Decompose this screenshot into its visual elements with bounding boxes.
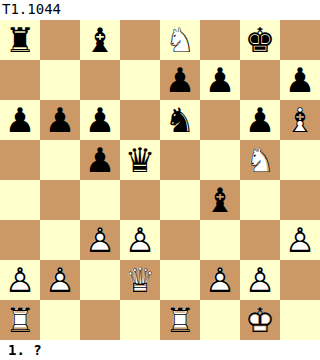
puzzle-id: T1.1044	[0, 0, 320, 20]
white-queen[interactable]: ♛♕	[120, 260, 160, 300]
black-bishop[interactable]: ♝	[80, 20, 120, 60]
black-queen[interactable]: ♛	[120, 140, 160, 180]
square-d7[interactable]	[120, 60, 160, 100]
piece-outline-layer: ♖	[0, 300, 40, 340]
square-g3[interactable]	[240, 220, 280, 260]
square-c3[interactable]: ♟♙	[80, 220, 120, 260]
square-a3[interactable]	[0, 220, 40, 260]
square-e1[interactable]: ♜♖	[160, 300, 200, 340]
black-pawn[interactable]: ♟	[280, 60, 320, 100]
piece-outline-layer: ♔	[240, 300, 280, 340]
square-f4[interactable]: ♝	[200, 180, 240, 220]
square-d4[interactable]	[120, 180, 160, 220]
white-knight[interactable]: ♞♘	[240, 140, 280, 180]
square-h4[interactable]	[280, 180, 320, 220]
square-a2[interactable]: ♟♙	[0, 260, 40, 300]
piece-glyph: ♟	[240, 100, 280, 140]
square-b6[interactable]: ♟	[40, 100, 80, 140]
square-c7[interactable]	[80, 60, 120, 100]
square-f1[interactable]	[200, 300, 240, 340]
square-e8[interactable]: ♞♘	[160, 20, 200, 60]
piece-outline-layer: ♙	[0, 260, 40, 300]
piece-outline-layer: ♘	[160, 20, 200, 60]
square-b7[interactable]	[40, 60, 80, 100]
piece-outline-layer: ♗	[280, 100, 320, 140]
square-g8[interactable]: ♚	[240, 20, 280, 60]
square-g7[interactable]	[240, 60, 280, 100]
black-pawn[interactable]: ♟	[160, 60, 200, 100]
square-d8[interactable]	[120, 20, 160, 60]
square-a6[interactable]: ♟	[0, 100, 40, 140]
piece-glyph: ♟	[80, 140, 120, 180]
square-b2[interactable]: ♟♙	[40, 260, 80, 300]
square-b1[interactable]	[40, 300, 80, 340]
piece-glyph: ♟	[160, 60, 200, 100]
piece-glyph: ♝	[200, 180, 240, 220]
square-g4[interactable]	[240, 180, 280, 220]
piece-outline-layer: ♘	[240, 140, 280, 180]
square-h1[interactable]	[280, 300, 320, 340]
piece-outline-layer: ♙	[240, 260, 280, 300]
black-pawn[interactable]: ♟	[80, 140, 120, 180]
square-f6[interactable]	[200, 100, 240, 140]
square-f8[interactable]	[200, 20, 240, 60]
white-rook[interactable]: ♜♖	[0, 300, 40, 340]
black-knight[interactable]: ♞	[160, 100, 200, 140]
white-pawn[interactable]: ♟♙	[200, 260, 240, 300]
black-rook[interactable]: ♜	[0, 20, 40, 60]
black-pawn[interactable]: ♟	[240, 100, 280, 140]
square-e3[interactable]	[160, 220, 200, 260]
piece-glyph: ♚	[240, 20, 280, 60]
square-e2[interactable]	[160, 260, 200, 300]
square-c1[interactable]	[80, 300, 120, 340]
square-h7[interactable]: ♟	[280, 60, 320, 100]
chess-board: ♜♝♞♘♚♟♟♟♟♟♟♞♟♝♗♟♛♞♘♝♟♙♟♙♟♙♟♙♟♙♛♕♟♙♟♙♜♖♜♖…	[0, 20, 320, 340]
square-c5[interactable]: ♟	[80, 140, 120, 180]
square-d5[interactable]: ♛	[120, 140, 160, 180]
square-b3[interactable]	[40, 220, 80, 260]
square-d6[interactable]	[120, 100, 160, 140]
square-f3[interactable]	[200, 220, 240, 260]
square-b8[interactable]	[40, 20, 80, 60]
piece-glyph: ♟	[200, 60, 240, 100]
square-a7[interactable]	[0, 60, 40, 100]
chess-tactics-app: T1.1044 ♜♝♞♘♚♟♟♟♟♟♟♞♟♝♗♟♛♞♘♝♟♙♟♙♟♙♟♙♟♙♛♕…	[0, 0, 320, 360]
piece-outline-layer: ♙	[80, 220, 120, 260]
black-pawn[interactable]: ♟	[0, 100, 40, 140]
white-pawn[interactable]: ♟♙	[80, 220, 120, 260]
square-c6[interactable]: ♟	[80, 100, 120, 140]
square-g5[interactable]: ♞♘	[240, 140, 280, 180]
move-prompt: 1. ?	[0, 340, 320, 360]
square-d1[interactable]	[120, 300, 160, 340]
square-e4[interactable]	[160, 180, 200, 220]
piece-glyph: ♟	[40, 100, 80, 140]
piece-glyph: ♟	[280, 60, 320, 100]
black-pawn[interactable]: ♟	[80, 100, 120, 140]
square-c8[interactable]: ♝	[80, 20, 120, 60]
white-king[interactable]: ♚♔	[240, 300, 280, 340]
white-pawn[interactable]: ♟♙	[40, 260, 80, 300]
square-c2[interactable]	[80, 260, 120, 300]
white-bishop[interactable]: ♝♗	[280, 100, 320, 140]
white-pawn[interactable]: ♟♙	[280, 220, 320, 260]
square-b4[interactable]	[40, 180, 80, 220]
piece-outline-layer: ♙	[120, 220, 160, 260]
square-a1[interactable]: ♜♖	[0, 300, 40, 340]
square-f2[interactable]: ♟♙	[200, 260, 240, 300]
square-d2[interactable]: ♛♕	[120, 260, 160, 300]
square-a5[interactable]	[0, 140, 40, 180]
square-g1[interactable]: ♚♔	[240, 300, 280, 340]
black-pawn[interactable]: ♟	[200, 60, 240, 100]
piece-glyph: ♟	[80, 100, 120, 140]
square-e7[interactable]: ♟	[160, 60, 200, 100]
square-g2[interactable]: ♟♙	[240, 260, 280, 300]
black-king[interactable]: ♚	[240, 20, 280, 60]
piece-glyph: ♝	[80, 20, 120, 60]
square-f5[interactable]	[200, 140, 240, 180]
piece-outline-layer: ♙	[200, 260, 240, 300]
square-f7[interactable]: ♟	[200, 60, 240, 100]
square-e6[interactable]: ♞	[160, 100, 200, 140]
white-knight[interactable]: ♞♘	[160, 20, 200, 60]
square-a4[interactable]	[0, 180, 40, 220]
piece-glyph: ♞	[160, 100, 200, 140]
piece-glyph: ♛	[120, 140, 160, 180]
piece-outline-layer: ♙	[280, 220, 320, 260]
black-bishop[interactable]: ♝	[200, 180, 240, 220]
square-e5[interactable]	[160, 140, 200, 180]
square-h6[interactable]: ♝♗	[280, 100, 320, 140]
piece-glyph: ♟	[0, 100, 40, 140]
white-pawn[interactable]: ♟♙	[120, 220, 160, 260]
square-d3[interactable]: ♟♙	[120, 220, 160, 260]
square-h3[interactable]: ♟♙	[280, 220, 320, 260]
white-pawn[interactable]: ♟♙	[0, 260, 40, 300]
square-h2[interactable]	[280, 260, 320, 300]
piece-glyph: ♜	[0, 20, 40, 60]
square-h8[interactable]	[280, 20, 320, 60]
square-h5[interactable]	[280, 140, 320, 180]
black-pawn[interactable]: ♟	[40, 100, 80, 140]
square-a8[interactable]: ♜	[0, 20, 40, 60]
piece-outline-layer: ♕	[120, 260, 160, 300]
white-pawn[interactable]: ♟♙	[240, 260, 280, 300]
white-rook[interactable]: ♜♖	[160, 300, 200, 340]
square-c4[interactable]	[80, 180, 120, 220]
piece-outline-layer: ♙	[40, 260, 80, 300]
square-b5[interactable]	[40, 140, 80, 180]
piece-outline-layer: ♖	[160, 300, 200, 340]
square-g6[interactable]: ♟	[240, 100, 280, 140]
